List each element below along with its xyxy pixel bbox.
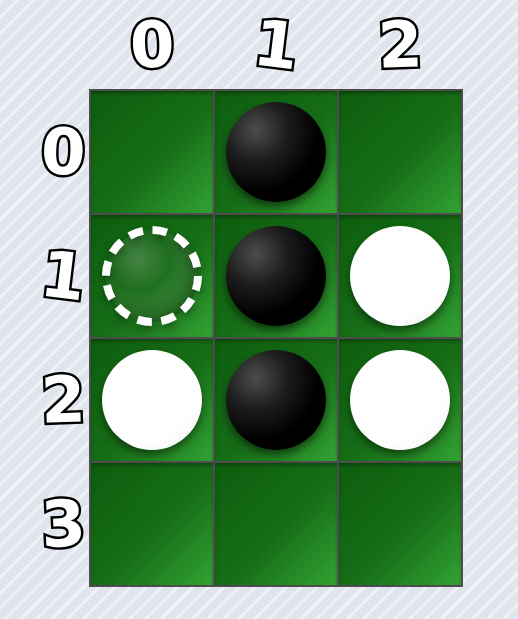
cell-r2-c2[interactable] <box>339 339 461 461</box>
cell-r1-c1[interactable] <box>215 215 337 337</box>
reversi-board <box>89 89 463 587</box>
white-disc <box>102 350 202 450</box>
row-label-1: 1 <box>38 242 90 311</box>
column-label-0: 0 <box>129 12 176 78</box>
page-background: 012 0123 <box>0 0 518 619</box>
column-label-2: 2 <box>377 12 424 78</box>
black-disc <box>226 102 326 202</box>
white-disc <box>350 350 450 450</box>
column-label-1: 1 <box>250 10 302 79</box>
row-label-0: 0 <box>40 119 87 185</box>
cell-r1-c0[interactable] <box>91 215 213 337</box>
cell-r0-c0[interactable] <box>91 91 213 213</box>
cell-r0-c1[interactable] <box>215 91 337 213</box>
row-label-3: 3 <box>40 491 88 557</box>
cell-r3-c0[interactable] <box>91 463 213 585</box>
black-disc <box>226 226 326 326</box>
cell-r3-c1[interactable] <box>215 463 337 585</box>
white-disc <box>350 226 450 326</box>
legal-move-indicator <box>100 224 204 328</box>
cell-r0-c2[interactable] <box>339 91 461 213</box>
black-disc <box>226 350 326 450</box>
column-labels: 012 <box>91 0 461 89</box>
cell-r2-c0[interactable] <box>91 339 213 461</box>
row-label-2: 2 <box>40 367 87 433</box>
cell-r2-c1[interactable] <box>215 339 337 461</box>
cell-r1-c2[interactable] <box>339 215 461 337</box>
row-labels: 0123 <box>0 91 90 585</box>
cell-r3-c2[interactable] <box>339 463 461 585</box>
